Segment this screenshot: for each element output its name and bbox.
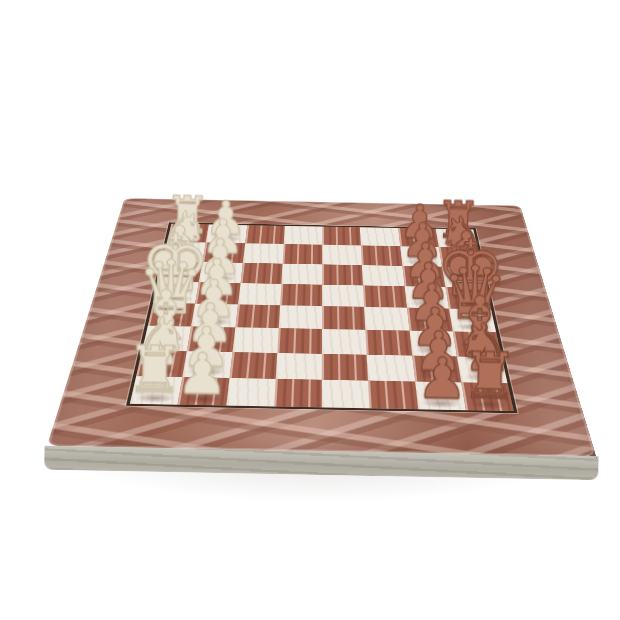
piece-shadow [206,255,241,262]
piece-shadow [411,322,449,330]
piece-shadow [199,296,236,304]
piece-shadow [447,279,483,287]
square: ♛ [148,303,196,327]
piece-red-rook: ♜ [435,194,482,246]
square: ♟ [195,282,240,304]
square: ♟ [191,304,237,328]
piece-shadow [414,346,453,355]
square [245,225,285,244]
square [240,263,282,284]
piece-shadow [166,254,201,261]
piece-shadow [191,342,230,351]
square [242,243,283,263]
square: ♟ [199,262,242,283]
board-front-edge [44,446,598,481]
square [280,284,322,306]
square [364,307,409,331]
piece-shadow [156,295,193,303]
piece-shadow [454,323,492,331]
square: ♝ [142,326,191,351]
square [235,305,280,329]
piece-shadow [202,274,238,282]
square [322,380,370,409]
square: ♟ [407,308,453,332]
square [322,245,362,265]
piece-shadow [161,274,197,282]
square [322,354,368,381]
square [275,353,321,380]
piece-shadow [209,236,243,243]
square [226,378,276,407]
square: ♞ [136,350,187,377]
piece-shadow [402,239,436,246]
square [281,263,322,284]
piece-shadow [467,399,509,409]
board-right-edge [520,208,597,472]
square [366,330,412,355]
piece-shadow [182,394,224,404]
piece-shadow [151,317,189,325]
piece-shadow [417,371,457,381]
piece-shadow [458,347,498,356]
square: ♜ [461,382,514,411]
square: ♜ [167,224,209,243]
square: ♟ [203,243,245,263]
square: ♟ [409,331,457,356]
piece-red-pawn: ♟ [398,199,440,246]
chess-set-photo: ♜♟♟♜♞♟♟♞♝♟♟♝♚♟♟♚♛♟♟♛♝♟♟♝♞♟♟♞♜♟♟♜ [0,0,620,620]
square [368,381,417,410]
square: ♝ [158,261,203,282]
square: ♟ [412,355,461,382]
piece-shadow [420,399,462,409]
square: ♜ [130,376,183,405]
piece-shadow [404,258,439,265]
square: ♟ [404,286,449,308]
square [274,379,322,408]
square [322,306,366,330]
square: ♝ [453,332,502,357]
square: ♟ [402,266,445,287]
square: ♝ [442,266,486,287]
piece-shadow [140,366,181,376]
square [360,227,400,246]
chess-board: ♜♟♟♜♞♟♟♞♝♟♟♝♚♟♟♚♛♟♟♛♝♟♟♝♞♟♟♞♜♟♟♜ [47,198,596,456]
square: ♞ [439,247,482,267]
square: ♟ [206,224,247,243]
square: ♜ [436,229,478,248]
square [322,285,364,307]
piece-shadow [440,240,474,247]
piece-shadow [146,341,186,350]
square [278,305,322,329]
square [238,283,282,305]
square: ♛ [449,309,496,333]
square [322,264,363,285]
scene: ♜♟♟♜♞♟♟♞♝♟♟♝♚♟♟♚♛♟♟♛♝♟♟♝♞♟♟♞♜♟♟♜ [0,0,620,620]
square [322,227,361,246]
square: ♚ [445,287,491,310]
square: ♟ [415,381,466,410]
square: ♟ [400,246,442,266]
piece-shadow [186,367,227,377]
piece-shadow [195,318,233,326]
playing-area: ♜♟♟♜♞♟♟♞♝♟♟♝♚♟♟♚♛♟♟♛♝♟♟♝♞♟♟♞♜♟♟♜ [126,222,518,413]
piece-shadow [443,259,478,266]
square [229,352,277,379]
square [277,328,322,353]
square: ♞ [163,242,206,262]
piece-shadow [170,235,204,242]
piece-shadow [406,278,442,286]
square: ♟ [187,327,235,352]
square: ♟ [178,377,229,406]
square: ♟ [398,228,439,247]
square [232,328,278,353]
square: ♟ [183,351,232,378]
perspective-tilt: ♜♟♟♜♞♟♟♞♝♟♟♝♚♟♟♚♛♟♟♛♝♟♟♝♞♟♟♞♜♟♟♜ [0,0,620,620]
square [322,329,367,354]
square: ♞ [457,356,508,383]
square: ♚ [153,281,199,303]
piece-white-rook: ♜ [164,189,211,241]
piece-shadow [463,372,504,382]
square [283,226,322,245]
square [282,244,322,264]
piece-shadow [450,300,487,308]
square [362,265,404,286]
piece-shadow [409,300,446,308]
piece-white-pawn: ♟ [205,195,247,242]
square [363,285,406,307]
square [367,354,415,381]
piece-shadow [134,393,176,403]
square [361,246,402,266]
